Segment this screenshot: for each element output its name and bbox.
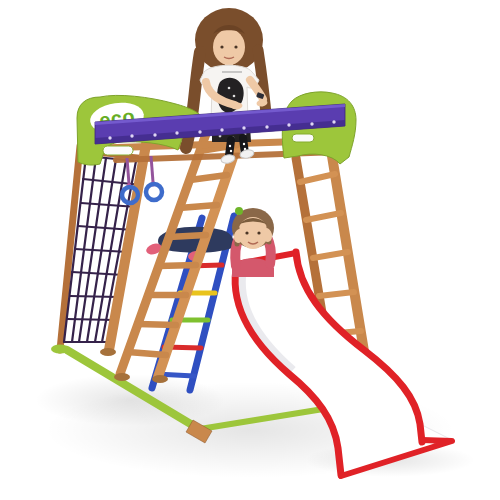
face <box>213 29 245 65</box>
panel-handle-slot <box>103 146 133 155</box>
panel-handle-slot <box>292 134 314 142</box>
leg <box>229 140 231 156</box>
product-photo: eco <box>0 0 500 500</box>
green-hair-tie <box>235 207 243 215</box>
scene-svg: eco <box>0 0 500 500</box>
girl-lying-on-slide <box>232 207 274 277</box>
